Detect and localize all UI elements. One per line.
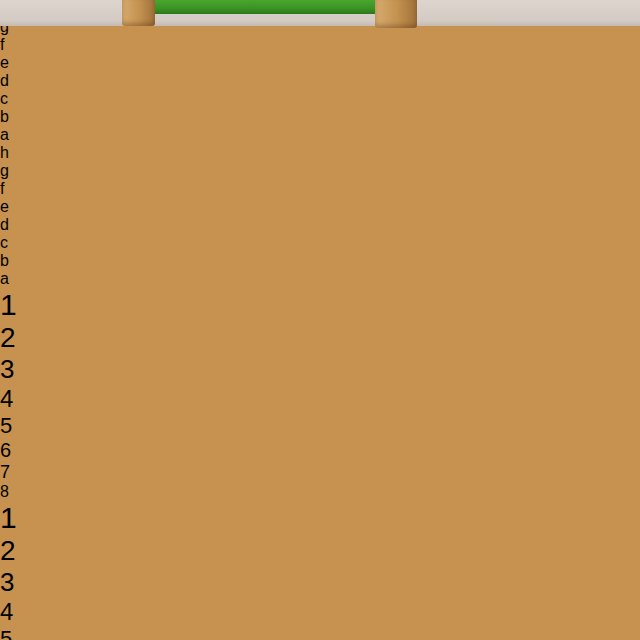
- rank-labels-right-edge: 12345678: [0, 501, 640, 640]
- photo-scene: hgfedcba hgfedcba 12345678 12345678 ♜♞♝♛…: [0, 0, 640, 640]
- rank-label-left-8: 8: [0, 483, 640, 501]
- rank-label-left-2: 2: [0, 322, 640, 354]
- rank-label-left-4: 4: [0, 385, 640, 413]
- file-labels-near-edge: hgfedcba: [0, 144, 640, 288]
- file-label-near-g: g: [0, 162, 640, 180]
- file-label-near-h: h: [0, 144, 640, 162]
- furniture-wood-right: [494, 0, 640, 37]
- rank-label-right-5: 5: [0, 626, 640, 640]
- rank-label-right-2: 2: [0, 535, 640, 567]
- rank-label-left-7: 7: [0, 462, 640, 483]
- file-label-far-a: a: [0, 126, 640, 144]
- chair-post-right: [375, 0, 417, 28]
- rank-label-left-3: 3: [0, 354, 640, 385]
- rank-label-right-1: 1: [0, 501, 640, 535]
- rank-label-right-4: 4: [0, 598, 640, 626]
- vinyl-chess-mat: hgfedcba hgfedcba 12345678 12345678: [0, 0, 640, 640]
- chair-back-panel: [143, 0, 383, 14]
- file-label-near-b: b: [0, 252, 640, 270]
- rank-label-left-6: 6: [0, 439, 640, 462]
- file-label-near-c: c: [0, 234, 640, 252]
- rank-labels-left-edge: 12345678: [0, 288, 640, 501]
- chair-post-left: [122, 0, 155, 26]
- file-label-far-c: c: [0, 90, 640, 108]
- file-label-far-b: b: [0, 108, 640, 126]
- file-label-far-d: d: [0, 72, 640, 90]
- rank-label-left-5: 5: [0, 413, 640, 439]
- file-label-far-e: e: [0, 54, 640, 72]
- rank-label-right-3: 3: [0, 567, 640, 598]
- file-label-near-f: f: [0, 180, 640, 198]
- file-label-near-a: a: [0, 270, 640, 288]
- file-label-near-d: d: [0, 216, 640, 234]
- file-label-far-f: f: [0, 36, 640, 54]
- rank-label-left-1: 1: [0, 288, 640, 322]
- file-label-near-e: e: [0, 198, 640, 216]
